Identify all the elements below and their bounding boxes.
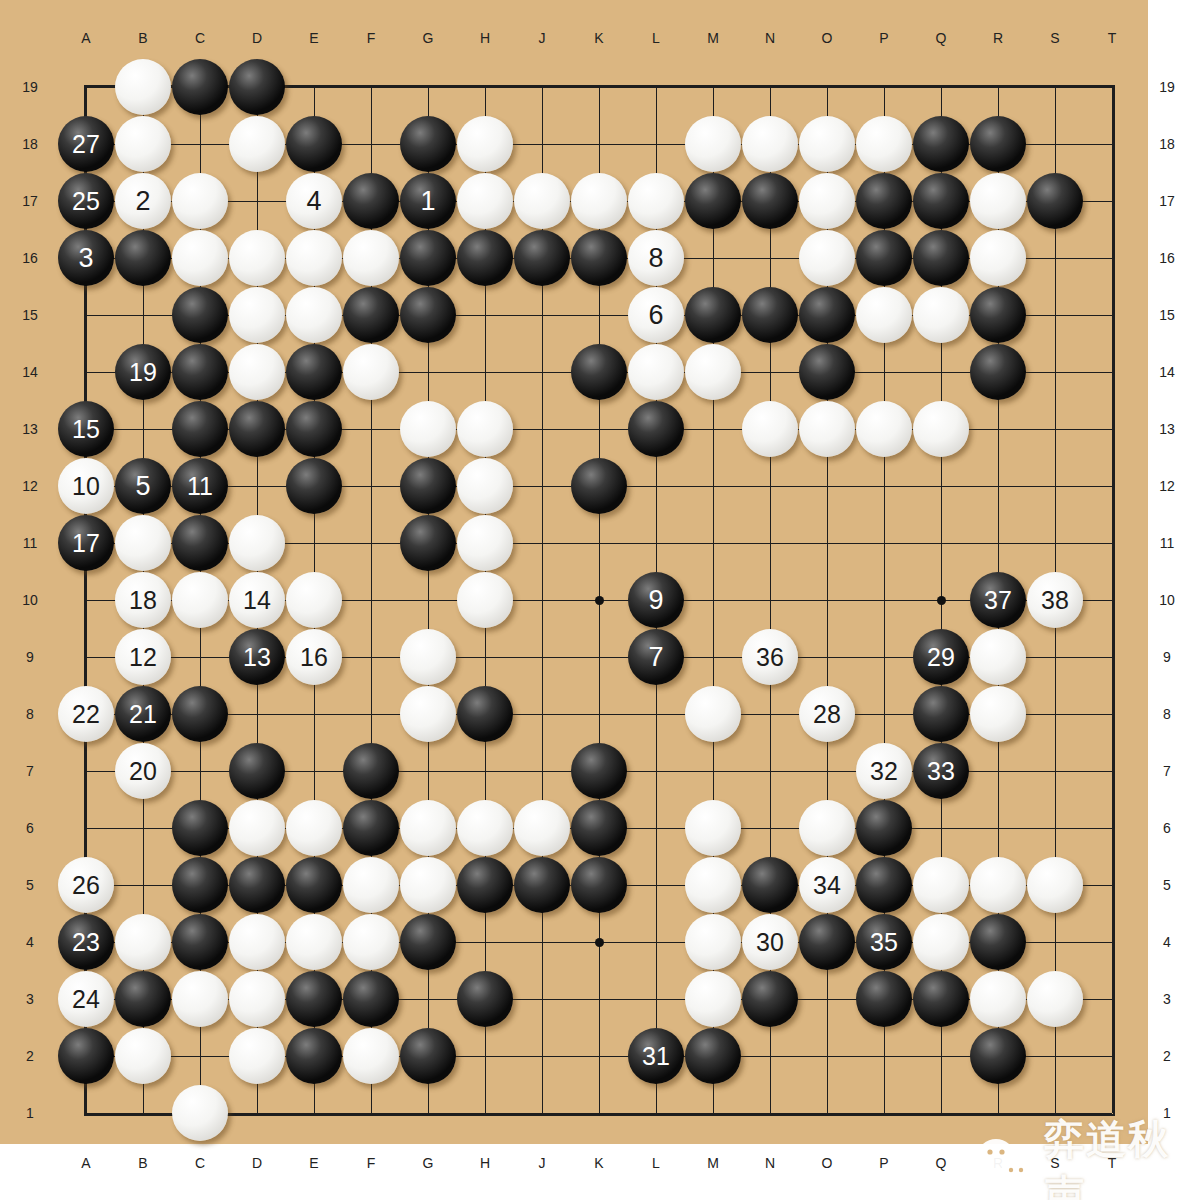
coord-label-right-19: 19 (1159, 79, 1175, 95)
move-number-9: 9 (648, 587, 663, 614)
coord-label-left-16: 16 (22, 250, 38, 266)
coord-label-top-N: N (765, 30, 775, 46)
stone-white-B9: 12 (115, 629, 171, 685)
coord-label-bottom-B: B (138, 1155, 147, 1171)
stone-white-O13 (799, 401, 855, 457)
coord-label-top-R: R (993, 30, 1003, 46)
stone-black-P16 (856, 230, 912, 286)
coord-label-right-3: 3 (1163, 991, 1171, 1007)
stone-white-S10: 38 (1027, 572, 1083, 628)
move-number-38: 38 (1041, 588, 1069, 613)
stone-white-O18 (799, 116, 855, 172)
stone-white-M8 (685, 686, 741, 742)
stone-white-O6 (799, 800, 855, 856)
stone-white-A12: 10 (58, 458, 114, 514)
star-point-K10 (595, 596, 604, 605)
stone-black-E18 (286, 116, 342, 172)
stone-white-L15: 6 (628, 287, 684, 343)
stone-white-H13 (457, 401, 513, 457)
stone-black-K7 (571, 743, 627, 799)
stone-black-Q9: 29 (913, 629, 969, 685)
watermark-text: 弈道秋声 (1044, 1112, 1200, 1200)
coord-label-right-2: 2 (1163, 1048, 1171, 1064)
stone-black-L9: 7 (628, 629, 684, 685)
stone-black-E3 (286, 971, 342, 1027)
coord-label-left-7: 7 (26, 763, 34, 779)
coord-label-top-B: B (138, 30, 147, 46)
coord-label-left-18: 18 (22, 136, 38, 152)
move-number-32: 32 (870, 759, 898, 784)
move-number-28: 28 (813, 702, 841, 727)
stone-white-M5 (685, 857, 741, 913)
coord-label-right-14: 14 (1159, 364, 1175, 380)
stone-black-C6 (172, 800, 228, 856)
stone-black-B3 (115, 971, 171, 1027)
coord-label-left-1: 1 (26, 1105, 34, 1121)
stone-black-B16 (115, 230, 171, 286)
stone-black-A2 (58, 1028, 114, 1084)
stone-white-B17: 2 (115, 173, 171, 229)
stone-white-D14 (229, 344, 285, 400)
stone-white-D4 (229, 914, 285, 970)
stone-white-D18 (229, 116, 285, 172)
stone-black-N17 (742, 173, 798, 229)
stone-white-P13 (856, 401, 912, 457)
stone-white-O5: 34 (799, 857, 855, 913)
coord-label-right-9: 9 (1163, 649, 1171, 665)
coord-label-left-11: 11 (23, 535, 38, 551)
stone-white-N13 (742, 401, 798, 457)
move-number-27: 27 (72, 132, 100, 157)
stone-black-C11 (172, 515, 228, 571)
coord-label-right-18: 18 (1159, 136, 1175, 152)
stone-black-Q17 (913, 173, 969, 229)
move-number-8: 8 (648, 245, 663, 272)
coord-label-left-9: 9 (26, 649, 34, 665)
stone-black-G4 (400, 914, 456, 970)
stone-black-C5 (172, 857, 228, 913)
grid-line-horizontal (86, 1113, 1112, 1114)
coord-label-left-14: 14 (22, 364, 38, 380)
stone-black-A18: 27 (58, 116, 114, 172)
move-number-13: 13 (243, 645, 271, 670)
move-number-29: 29 (927, 645, 955, 670)
coord-label-bottom-G: G (423, 1155, 434, 1171)
stone-white-C1 (172, 1085, 228, 1141)
coord-label-left-19: 19 (22, 79, 38, 95)
stone-white-N18 (742, 116, 798, 172)
stone-white-Q15 (913, 287, 969, 343)
stone-black-H16 (457, 230, 513, 286)
stone-white-F14 (343, 344, 399, 400)
stone-white-G5 (400, 857, 456, 913)
stone-black-M17 (685, 173, 741, 229)
coord-label-left-12: 12 (22, 478, 38, 494)
coord-label-right-6: 6 (1163, 820, 1171, 836)
stone-black-L13 (628, 401, 684, 457)
stone-white-G13 (400, 401, 456, 457)
stone-white-R8 (970, 686, 1026, 742)
coord-label-top-A: A (81, 30, 90, 46)
stone-black-C12: 11 (172, 458, 228, 514)
coord-label-bottom-N: N (765, 1155, 775, 1171)
stone-white-B10: 18 (115, 572, 171, 628)
coord-label-right-5: 5 (1163, 877, 1171, 893)
stone-black-C8 (172, 686, 228, 742)
move-number-35: 35 (870, 930, 898, 955)
move-number-34: 34 (813, 873, 841, 898)
stone-black-B14: 19 (115, 344, 171, 400)
stone-white-F16 (343, 230, 399, 286)
coord-label-top-E: E (309, 30, 318, 46)
coord-label-left-13: 13 (22, 421, 38, 437)
move-number-23: 23 (72, 930, 100, 955)
coord-label-bottom-J: J (539, 1155, 546, 1171)
star-point-K4 (595, 938, 604, 947)
coord-label-bottom-F: F (367, 1155, 376, 1171)
stone-white-H12 (457, 458, 513, 514)
move-number-20: 20 (129, 759, 157, 784)
stone-black-G15 (400, 287, 456, 343)
coord-label-top-F: F (367, 30, 376, 46)
stone-black-K16 (571, 230, 627, 286)
go-board-diagram: AABBCCDDEEFFGGHHJJKKLLMMNNOOPPQQRRSSTT19… (0, 0, 1200, 1200)
stone-white-K17 (571, 173, 627, 229)
stone-black-H3 (457, 971, 513, 1027)
stone-white-Q4 (913, 914, 969, 970)
stone-white-D6 (229, 800, 285, 856)
coord-label-bottom-L: L (652, 1155, 660, 1171)
move-number-11: 11 (187, 474, 213, 499)
stone-white-E16 (286, 230, 342, 286)
move-number-12: 12 (129, 645, 157, 670)
stone-white-R5 (970, 857, 1026, 913)
stone-black-C15 (172, 287, 228, 343)
stone-white-E9: 16 (286, 629, 342, 685)
stone-white-A8: 22 (58, 686, 114, 742)
coord-label-top-L: L (652, 30, 660, 46)
stone-black-R18 (970, 116, 1026, 172)
stone-white-A3: 24 (58, 971, 114, 1027)
move-number-31: 31 (642, 1044, 670, 1069)
stone-black-J16 (514, 230, 570, 286)
stone-white-O8: 28 (799, 686, 855, 742)
stone-white-A5: 26 (58, 857, 114, 913)
stone-white-E6 (286, 800, 342, 856)
stone-white-S5 (1027, 857, 1083, 913)
stone-white-R3 (970, 971, 1026, 1027)
stone-black-K5 (571, 857, 627, 913)
stone-black-A13: 15 (58, 401, 114, 457)
stone-black-P4: 35 (856, 914, 912, 970)
move-number-6: 6 (648, 302, 663, 329)
move-number-15: 15 (72, 417, 100, 442)
stone-white-H6 (457, 800, 513, 856)
coord-label-top-M: M (707, 30, 719, 46)
stone-white-P7: 32 (856, 743, 912, 799)
stone-black-B8: 21 (115, 686, 171, 742)
stone-black-Q3 (913, 971, 969, 1027)
stone-black-M15 (685, 287, 741, 343)
coord-label-left-15: 15 (22, 307, 38, 323)
stone-white-N4: 30 (742, 914, 798, 970)
coord-label-left-10: 10 (22, 592, 38, 608)
stone-black-G17: 1 (400, 173, 456, 229)
stone-black-G16 (400, 230, 456, 286)
stone-white-G8 (400, 686, 456, 742)
stone-black-R14 (970, 344, 1026, 400)
move-number-22: 22 (72, 702, 100, 727)
move-number-30: 30 (756, 930, 784, 955)
coord-label-bottom-D: D (252, 1155, 262, 1171)
stone-black-O4 (799, 914, 855, 970)
stone-white-G6 (400, 800, 456, 856)
coord-label-left-5: 5 (26, 877, 34, 893)
coord-label-left-8: 8 (26, 706, 34, 722)
stone-white-Q13 (913, 401, 969, 457)
stone-black-C13 (172, 401, 228, 457)
coord-label-top-D: D (252, 30, 262, 46)
coord-label-top-S: S (1050, 30, 1059, 46)
stone-black-F7 (343, 743, 399, 799)
stone-black-D9: 13 (229, 629, 285, 685)
stone-white-D16 (229, 230, 285, 286)
stone-black-R15 (970, 287, 1026, 343)
stone-black-P3 (856, 971, 912, 1027)
stone-black-E12 (286, 458, 342, 514)
stone-white-M18 (685, 116, 741, 172)
stone-black-R10: 37 (970, 572, 1026, 628)
stone-black-L10: 9 (628, 572, 684, 628)
wechat-icon (974, 1135, 1038, 1199)
stone-white-H18 (457, 116, 513, 172)
move-number-21: 21 (129, 702, 157, 727)
move-number-4: 4 (306, 188, 321, 215)
stone-white-M14 (685, 344, 741, 400)
move-number-25: 25 (72, 189, 100, 214)
coord-label-right-7: 7 (1163, 763, 1171, 779)
move-number-24: 24 (72, 987, 100, 1012)
stone-black-C4 (172, 914, 228, 970)
stone-white-L14 (628, 344, 684, 400)
move-number-26: 26 (72, 873, 100, 898)
stone-white-F4 (343, 914, 399, 970)
stone-white-F2 (343, 1028, 399, 1084)
coord-label-right-13: 13 (1159, 421, 1175, 437)
coord-label-bottom-Q: Q (936, 1155, 947, 1171)
stone-white-C17 (172, 173, 228, 229)
stone-black-C14 (172, 344, 228, 400)
stone-white-B7: 20 (115, 743, 171, 799)
stone-white-M3 (685, 971, 741, 1027)
stone-black-E5 (286, 857, 342, 913)
stone-white-B18 (115, 116, 171, 172)
stone-white-D15 (229, 287, 285, 343)
stone-black-C19 (172, 59, 228, 115)
stone-white-D11 (229, 515, 285, 571)
stone-white-N9: 36 (742, 629, 798, 685)
stone-white-H11 (457, 515, 513, 571)
coord-label-right-15: 15 (1159, 307, 1175, 323)
stone-black-O14 (799, 344, 855, 400)
stone-black-G2 (400, 1028, 456, 1084)
stone-black-B12: 5 (115, 458, 171, 514)
stone-black-D13 (229, 401, 285, 457)
coord-label-top-C: C (195, 30, 205, 46)
stone-white-D3 (229, 971, 285, 1027)
stone-white-Q5 (913, 857, 969, 913)
stone-white-E15 (286, 287, 342, 343)
stone-black-R4 (970, 914, 1026, 970)
move-number-19: 19 (129, 360, 157, 385)
stone-white-E4 (286, 914, 342, 970)
coord-label-left-17: 17 (22, 193, 38, 209)
coord-label-right-16: 16 (1159, 250, 1175, 266)
stone-black-D7 (229, 743, 285, 799)
stone-black-F15 (343, 287, 399, 343)
stone-black-K12 (571, 458, 627, 514)
coord-label-right-17: 17 (1159, 193, 1175, 209)
stone-white-G9 (400, 629, 456, 685)
stone-black-L2: 31 (628, 1028, 684, 1084)
coord-label-bottom-O: O (822, 1155, 833, 1171)
coord-label-bottom-E: E (309, 1155, 318, 1171)
stone-white-F5 (343, 857, 399, 913)
stone-white-D2 (229, 1028, 285, 1084)
stone-white-E10 (286, 572, 342, 628)
move-number-1: 1 (420, 188, 435, 215)
stone-black-K14 (571, 344, 627, 400)
coord-label-top-P: P (879, 30, 888, 46)
stone-black-F3 (343, 971, 399, 1027)
coord-label-left-6: 6 (26, 820, 34, 836)
stone-black-D5 (229, 857, 285, 913)
coord-label-bottom-P: P (879, 1155, 888, 1171)
stone-white-J6 (514, 800, 570, 856)
move-number-7: 7 (648, 644, 663, 671)
coord-label-bottom-A: A (81, 1155, 90, 1171)
stone-black-J5 (514, 857, 570, 913)
stone-black-A17: 25 (58, 173, 114, 229)
coord-label-bottom-C: C (195, 1155, 205, 1171)
stone-black-A16: 3 (58, 230, 114, 286)
stone-black-P6 (856, 800, 912, 856)
stone-white-M6 (685, 800, 741, 856)
stone-black-Q18 (913, 116, 969, 172)
stone-white-P18 (856, 116, 912, 172)
watermark: 弈道秋声 (974, 1112, 1200, 1200)
stone-white-B2 (115, 1028, 171, 1084)
move-number-10: 10 (72, 474, 100, 499)
move-number-36: 36 (756, 645, 784, 670)
star-point-Q10 (937, 596, 946, 605)
stone-black-G11 (400, 515, 456, 571)
move-number-17: 17 (72, 531, 100, 556)
coord-label-left-4: 4 (26, 934, 34, 950)
stone-black-P17 (856, 173, 912, 229)
coord-label-bottom-K: K (594, 1155, 603, 1171)
stone-black-Q16 (913, 230, 969, 286)
move-number-33: 33 (927, 759, 955, 784)
stone-white-L17 (628, 173, 684, 229)
stone-black-N15 (742, 287, 798, 343)
stone-black-G12 (400, 458, 456, 514)
coord-label-bottom-H: H (480, 1155, 490, 1171)
coord-label-right-11: 11 (1160, 535, 1175, 551)
stone-white-C16 (172, 230, 228, 286)
move-number-37: 37 (984, 588, 1012, 613)
stone-black-N5 (742, 857, 798, 913)
stone-black-A4: 23 (58, 914, 114, 970)
stone-white-R17 (970, 173, 1026, 229)
move-number-2: 2 (135, 188, 150, 215)
move-number-16: 16 (300, 645, 328, 670)
stone-black-H5 (457, 857, 513, 913)
coord-label-top-J: J (539, 30, 546, 46)
stone-black-A11: 17 (58, 515, 114, 571)
stone-black-R2 (970, 1028, 1026, 1084)
stone-white-H17 (457, 173, 513, 229)
coord-label-right-10: 10 (1159, 592, 1175, 608)
stone-white-O16 (799, 230, 855, 286)
stone-white-L16: 8 (628, 230, 684, 286)
move-number-14: 14 (243, 588, 271, 613)
stone-white-H10 (457, 572, 513, 628)
stone-white-C3 (172, 971, 228, 1027)
stone-white-R16 (970, 230, 1026, 286)
stone-white-B11 (115, 515, 171, 571)
stone-white-D10: 14 (229, 572, 285, 628)
coord-label-top-O: O (822, 30, 833, 46)
stone-black-N3 (742, 971, 798, 1027)
stone-black-Q8 (913, 686, 969, 742)
stone-black-O15 (799, 287, 855, 343)
stone-black-F6 (343, 800, 399, 856)
stone-white-J17 (514, 173, 570, 229)
coord-label-top-H: H (480, 30, 490, 46)
coord-label-top-Q: Q (936, 30, 947, 46)
coord-label-left-3: 3 (26, 991, 34, 1007)
coord-label-right-4: 4 (1163, 934, 1171, 950)
coord-label-top-G: G (423, 30, 434, 46)
stone-white-B19 (115, 59, 171, 115)
coord-label-right-8: 8 (1163, 706, 1171, 722)
stone-white-O17 (799, 173, 855, 229)
move-number-3: 3 (78, 245, 93, 272)
grid-line-vertical (1112, 87, 1113, 1113)
move-number-5: 5 (135, 473, 150, 500)
coord-label-top-K: K (594, 30, 603, 46)
coord-label-right-12: 12 (1159, 478, 1175, 494)
stone-black-E2 (286, 1028, 342, 1084)
coord-label-top-T: T (1108, 30, 1117, 46)
stone-white-E17: 4 (286, 173, 342, 229)
stone-black-S17 (1027, 173, 1083, 229)
coord-label-bottom-M: M (707, 1155, 719, 1171)
stone-black-H8 (457, 686, 513, 742)
stone-white-B4 (115, 914, 171, 970)
stone-black-P5 (856, 857, 912, 913)
stone-white-M4 (685, 914, 741, 970)
stone-white-P15 (856, 287, 912, 343)
stone-black-Q7: 33 (913, 743, 969, 799)
stone-white-R9 (970, 629, 1026, 685)
stone-white-S3 (1027, 971, 1083, 1027)
stone-black-E14 (286, 344, 342, 400)
stone-black-F17 (343, 173, 399, 229)
stone-black-E13 (286, 401, 342, 457)
move-number-18: 18 (129, 588, 157, 613)
